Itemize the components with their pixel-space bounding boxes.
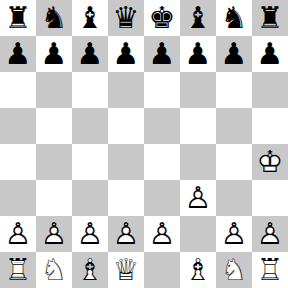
square-g1[interactable]: ♞♘: [216, 252, 252, 288]
square-g6[interactable]: [216, 72, 252, 108]
square-h2[interactable]: ♟♙: [252, 216, 288, 252]
piece-black-bishop[interactable]: ♝: [72, 0, 108, 36]
piece-black-pawn[interactable]: ♟: [180, 36, 216, 72]
piece-white-pawn[interactable]: ♟♙: [36, 216, 72, 252]
square-b6[interactable]: [36, 72, 72, 108]
piece-black-queen[interactable]: ♛: [108, 0, 144, 36]
piece-white-rook[interactable]: ♜♖: [252, 252, 288, 288]
square-e1[interactable]: [144, 252, 180, 288]
white-bishop-outline-layer: ♗: [72, 252, 108, 288]
square-e3[interactable]: [144, 180, 180, 216]
square-b2[interactable]: ♟♙: [36, 216, 72, 252]
square-f3[interactable]: ♟♙: [180, 180, 216, 216]
piece-black-knight[interactable]: ♞: [36, 0, 72, 36]
square-b8[interactable]: ♞: [36, 0, 72, 36]
square-e6[interactable]: [144, 72, 180, 108]
square-b5[interactable]: [36, 108, 72, 144]
square-b7[interactable]: ♟: [36, 36, 72, 72]
piece-black-knight[interactable]: ♞: [216, 0, 252, 36]
square-b4[interactable]: [36, 144, 72, 180]
square-e8[interactable]: ♚: [144, 0, 180, 36]
white-king-outline-layer: ♔: [252, 144, 288, 180]
square-f7[interactable]: ♟: [180, 36, 216, 72]
square-h4[interactable]: ♚♔: [252, 144, 288, 180]
piece-black-pawn[interactable]: ♟: [36, 36, 72, 72]
white-pawn-outline-layer: ♙: [180, 180, 216, 216]
square-d6[interactable]: [108, 72, 144, 108]
square-f4[interactable]: [180, 144, 216, 180]
white-pawn-outline-layer: ♙: [72, 216, 108, 252]
square-b1[interactable]: ♞♘: [36, 252, 72, 288]
square-g3[interactable]: [216, 180, 252, 216]
square-c2[interactable]: ♟♙: [72, 216, 108, 252]
piece-white-pawn[interactable]: ♟♙: [0, 216, 36, 252]
square-e4[interactable]: [144, 144, 180, 180]
square-e7[interactable]: ♟: [144, 36, 180, 72]
square-g7[interactable]: ♟: [216, 36, 252, 72]
chess-board: ♜♞♝♛♚♝♞♜♟♟♟♟♟♟♟♟♚♔♟♙♟♙♟♙♟♙♟♙♟♙♟♙♟♙♜♖♞♘♝♗…: [0, 0, 288, 288]
white-pawn-outline-layer: ♙: [0, 216, 36, 252]
square-f2[interactable]: [180, 216, 216, 252]
square-f6[interactable]: [180, 72, 216, 108]
piece-white-pawn[interactable]: ♟♙: [72, 216, 108, 252]
square-a8[interactable]: ♜: [0, 0, 36, 36]
square-g8[interactable]: ♞: [216, 0, 252, 36]
white-rook-outline-layer: ♖: [252, 252, 288, 288]
square-a1[interactable]: ♜♖: [0, 252, 36, 288]
square-c6[interactable]: [72, 72, 108, 108]
white-pawn-outline-layer: ♙: [144, 216, 180, 252]
square-f5[interactable]: [180, 108, 216, 144]
piece-white-pawn[interactable]: ♟♙: [252, 216, 288, 252]
piece-black-rook[interactable]: ♜: [0, 0, 36, 36]
piece-black-pawn[interactable]: ♟: [144, 36, 180, 72]
piece-white-bishop[interactable]: ♝♗: [72, 252, 108, 288]
square-c7[interactable]: ♟: [72, 36, 108, 72]
piece-black-bishop[interactable]: ♝: [180, 0, 216, 36]
piece-black-pawn[interactable]: ♟: [0, 36, 36, 72]
piece-black-pawn[interactable]: ♟: [216, 36, 252, 72]
square-d2[interactable]: ♟♙: [108, 216, 144, 252]
piece-white-pawn[interactable]: ♟♙: [180, 180, 216, 216]
white-pawn-outline-layer: ♙: [108, 216, 144, 252]
square-h6[interactable]: [252, 72, 288, 108]
piece-white-king[interactable]: ♚♔: [252, 144, 288, 180]
white-pawn-outline-layer: ♙: [252, 216, 288, 252]
piece-white-bishop[interactable]: ♝♗: [180, 252, 216, 288]
white-knight-outline-layer: ♘: [216, 252, 252, 288]
square-a6[interactable]: [0, 72, 36, 108]
square-c1[interactable]: ♝♗: [72, 252, 108, 288]
square-e2[interactable]: ♟♙: [144, 216, 180, 252]
piece-white-knight[interactable]: ♞♘: [216, 252, 252, 288]
square-a4[interactable]: [0, 144, 36, 180]
square-h1[interactable]: ♜♖: [252, 252, 288, 288]
square-d7[interactable]: ♟: [108, 36, 144, 72]
white-queen-outline-layer: ♕: [108, 252, 144, 288]
white-pawn-outline-layer: ♙: [36, 216, 72, 252]
square-c5[interactable]: [72, 108, 108, 144]
square-d8[interactable]: ♛: [108, 0, 144, 36]
square-a2[interactable]: ♟♙: [0, 216, 36, 252]
square-f8[interactable]: ♝: [180, 0, 216, 36]
piece-black-pawn[interactable]: ♟: [252, 36, 288, 72]
square-c8[interactable]: ♝: [72, 0, 108, 36]
square-d4[interactable]: [108, 144, 144, 180]
square-g2[interactable]: ♟♙: [216, 216, 252, 252]
white-knight-outline-layer: ♘: [36, 252, 72, 288]
square-h7[interactable]: ♟: [252, 36, 288, 72]
piece-white-pawn[interactable]: ♟♙: [216, 216, 252, 252]
square-f1[interactable]: ♝♗: [180, 252, 216, 288]
piece-black-pawn[interactable]: ♟: [72, 36, 108, 72]
square-h3[interactable]: [252, 180, 288, 216]
piece-white-rook[interactable]: ♜♖: [0, 252, 36, 288]
square-b3[interactable]: [36, 180, 72, 216]
square-c4[interactable]: [72, 144, 108, 180]
piece-white-queen[interactable]: ♛♕: [108, 252, 144, 288]
square-d1[interactable]: ♛♕: [108, 252, 144, 288]
piece-white-knight[interactable]: ♞♘: [36, 252, 72, 288]
square-a3[interactable]: [0, 180, 36, 216]
square-g4[interactable]: [216, 144, 252, 180]
square-h8[interactable]: ♜: [252, 0, 288, 36]
piece-black-rook[interactable]: ♜: [252, 0, 288, 36]
white-bishop-outline-layer: ♗: [180, 252, 216, 288]
square-a5[interactable]: [0, 108, 36, 144]
piece-white-pawn[interactable]: ♟♙: [144, 216, 180, 252]
square-h5[interactable]: [252, 108, 288, 144]
white-pawn-outline-layer: ♙: [216, 216, 252, 252]
piece-black-pawn[interactable]: ♟: [108, 36, 144, 72]
square-c3[interactable]: [72, 180, 108, 216]
square-g5[interactable]: [216, 108, 252, 144]
white-rook-outline-layer: ♖: [0, 252, 36, 288]
square-d5[interactable]: [108, 108, 144, 144]
square-e5[interactable]: [144, 108, 180, 144]
piece-black-king[interactable]: ♚: [144, 0, 180, 36]
square-a7[interactable]: ♟: [0, 36, 36, 72]
square-d3[interactable]: [108, 180, 144, 216]
piece-white-pawn[interactable]: ♟♙: [108, 216, 144, 252]
